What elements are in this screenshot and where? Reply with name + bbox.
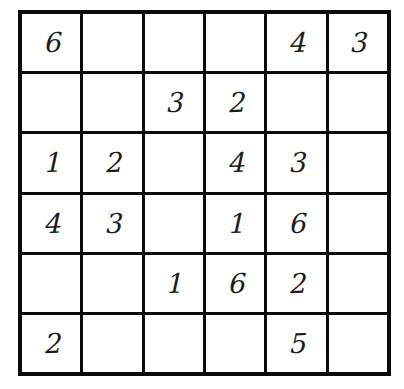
cell-r3c1[interactable]: 1 (22, 134, 80, 191)
cell-value: 3 (103, 209, 121, 237)
cell-r5c5[interactable]: 2 (267, 255, 325, 312)
cell-r2c3[interactable]: 3 (145, 74, 203, 131)
cell-r5c4[interactable]: 6 (206, 255, 264, 312)
cell-r6c3[interactable] (145, 315, 203, 372)
cell-r4c6[interactable] (329, 195, 387, 252)
cell-value: 1 (226, 209, 244, 237)
cell-value: 2 (103, 149, 121, 177)
cell-r2c1[interactable] (22, 74, 80, 131)
cell-r4c1[interactable]: 4 (22, 195, 80, 252)
sudoku-board: 643321243431616225 (18, 10, 391, 376)
cell-value: 4 (287, 29, 305, 57)
cell-r2c4[interactable]: 2 (206, 74, 264, 131)
cell-r1c4[interactable] (206, 14, 264, 71)
cell-r1c5[interactable]: 4 (267, 14, 325, 71)
cell-r1c2[interactable] (83, 14, 141, 71)
cell-r3c5[interactable]: 3 (267, 134, 325, 191)
cell-r4c3[interactable] (145, 195, 203, 252)
cell-r1c3[interactable] (145, 14, 203, 71)
cell-value: 3 (349, 29, 367, 57)
cell-r2c5[interactable] (267, 74, 325, 131)
cell-r6c6[interactable] (329, 315, 387, 372)
cell-r6c2[interactable] (83, 315, 141, 372)
cell-r1c1[interactable]: 6 (22, 14, 80, 71)
cell-value: 1 (165, 269, 183, 297)
cell-r2c6[interactable] (329, 74, 387, 131)
puzzle-screen: 643321243431616225 (0, 0, 404, 389)
cell-value: 3 (287, 149, 305, 177)
cell-value: 1 (42, 149, 60, 177)
cell-r1c6[interactable]: 3 (329, 14, 387, 71)
cell-value: 6 (42, 29, 60, 57)
cell-value: 6 (226, 269, 244, 297)
cell-r6c4[interactable] (206, 315, 264, 372)
cell-r3c3[interactable] (145, 134, 203, 191)
cell-r3c4[interactable]: 4 (206, 134, 264, 191)
cell-value: 6 (287, 209, 305, 237)
cell-r5c1[interactable] (22, 255, 80, 312)
cell-value: 2 (287, 269, 305, 297)
cell-value: 2 (42, 330, 60, 358)
cell-r2c2[interactable] (83, 74, 141, 131)
cell-r3c6[interactable] (329, 134, 387, 191)
cell-r5c3[interactable]: 1 (145, 255, 203, 312)
cell-value: 5 (287, 330, 305, 358)
cell-r5c6[interactable] (329, 255, 387, 312)
cell-r4c4[interactable]: 1 (206, 195, 264, 252)
cell-r5c2[interactable] (83, 255, 141, 312)
cell-r6c5[interactable]: 5 (267, 315, 325, 372)
cell-r6c1[interactable]: 2 (22, 315, 80, 372)
cell-r4c2[interactable]: 3 (83, 195, 141, 252)
cell-value: 2 (226, 89, 244, 117)
cell-value: 4 (42, 209, 60, 237)
cell-value: 3 (165, 89, 183, 117)
cell-r3c2[interactable]: 2 (83, 134, 141, 191)
cell-r4c5[interactable]: 6 (267, 195, 325, 252)
cell-value: 4 (226, 149, 244, 177)
